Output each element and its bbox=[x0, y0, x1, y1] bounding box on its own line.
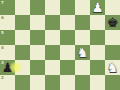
square-e6[interactable] bbox=[60, 15, 75, 30]
square-c6[interactable] bbox=[30, 15, 45, 30]
white-knight-h3[interactable]: ♞ bbox=[105, 60, 120, 75]
square-c4[interactable] bbox=[30, 45, 45, 60]
square-d4[interactable] bbox=[45, 45, 60, 60]
square-d7[interactable] bbox=[45, 0, 60, 15]
square-a6[interactable]: 6 bbox=[0, 15, 15, 30]
square-b3[interactable] bbox=[15, 60, 30, 75]
rank-label-4: 4 bbox=[1, 45, 4, 50]
black-king-h6[interactable]: ♚ bbox=[105, 15, 120, 30]
square-c2[interactable] bbox=[30, 75, 45, 90]
white-pawn-g7[interactable]: ♟ bbox=[90, 0, 105, 15]
square-f6[interactable] bbox=[75, 15, 90, 30]
square-h3[interactable]: ♞ bbox=[105, 60, 120, 75]
square-g7[interactable]: ♟ bbox=[90, 0, 105, 15]
square-h5[interactable] bbox=[105, 30, 120, 45]
square-h4[interactable] bbox=[105, 45, 120, 60]
square-a2[interactable]: 2 bbox=[0, 75, 15, 90]
square-a7[interactable]: 7 bbox=[0, 0, 15, 15]
square-a5[interactable]: 5 bbox=[0, 30, 15, 45]
chessboard-viewport: 7♟6♚54♞3♟♞2 bbox=[0, 0, 120, 90]
rank-label-2: 2 bbox=[1, 75, 4, 80]
square-f5[interactable] bbox=[75, 30, 90, 45]
chessboard[interactable]: 7♟6♚54♞3♟♞2 bbox=[0, 0, 120, 90]
square-h6[interactable]: ♚ bbox=[105, 15, 120, 30]
square-g3[interactable] bbox=[90, 60, 105, 75]
square-e7[interactable] bbox=[60, 0, 75, 15]
square-c3[interactable] bbox=[30, 60, 45, 75]
square-h2[interactable] bbox=[105, 75, 120, 90]
black-pawn-a3[interactable]: ♟ bbox=[0, 60, 15, 75]
square-b4[interactable] bbox=[15, 45, 30, 60]
square-g6[interactable] bbox=[90, 15, 105, 30]
square-e5[interactable] bbox=[60, 30, 75, 45]
white-knight-f4[interactable]: ♞ bbox=[75, 45, 90, 60]
square-d2[interactable] bbox=[45, 75, 60, 90]
square-g2[interactable] bbox=[90, 75, 105, 90]
square-d5[interactable] bbox=[45, 30, 60, 45]
square-b2[interactable] bbox=[15, 75, 30, 90]
square-e4[interactable] bbox=[60, 45, 75, 60]
square-f4[interactable]: ♞ bbox=[75, 45, 90, 60]
square-f3[interactable] bbox=[75, 60, 90, 75]
square-e3[interactable] bbox=[60, 60, 75, 75]
square-g5[interactable] bbox=[90, 30, 105, 45]
rank-label-6: 6 bbox=[1, 15, 4, 20]
square-a3[interactable]: 3♟ bbox=[0, 60, 15, 75]
square-b7[interactable] bbox=[15, 0, 30, 15]
rank-label-5: 5 bbox=[1, 30, 4, 35]
square-a4[interactable]: 4 bbox=[0, 45, 15, 60]
square-f2[interactable] bbox=[75, 75, 90, 90]
square-d3[interactable] bbox=[45, 60, 60, 75]
square-g4[interactable] bbox=[90, 45, 105, 60]
square-c5[interactable] bbox=[30, 30, 45, 45]
square-b5[interactable] bbox=[15, 30, 30, 45]
square-b6[interactable] bbox=[15, 15, 30, 30]
rank-label-7: 7 bbox=[1, 0, 4, 5]
square-c7[interactable] bbox=[30, 0, 45, 15]
square-h7[interactable] bbox=[105, 0, 120, 15]
square-d6[interactable] bbox=[45, 15, 60, 30]
square-f7[interactable] bbox=[75, 0, 90, 15]
square-e2[interactable] bbox=[60, 75, 75, 90]
